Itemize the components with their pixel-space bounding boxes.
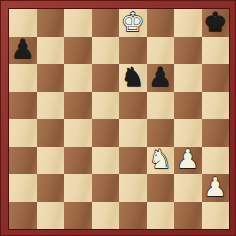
black-pawn: ♟ <box>11 36 34 62</box>
square-a1[interactable] <box>9 202 37 230</box>
square-d7[interactable] <box>92 37 120 65</box>
square-c6[interactable] <box>64 64 92 92</box>
square-b6[interactable] <box>37 64 65 92</box>
square-f5[interactable] <box>147 92 175 120</box>
chess-board-frame: ♚♚♟♞♟♞♟♟ <box>0 0 236 236</box>
white-knight: ♞ <box>149 146 172 172</box>
square-h8[interactable]: ♚ <box>202 9 230 37</box>
square-d2[interactable] <box>92 174 120 202</box>
square-b8[interactable] <box>37 9 65 37</box>
square-d1[interactable] <box>92 202 120 230</box>
square-g6[interactable] <box>174 64 202 92</box>
square-g1[interactable] <box>174 202 202 230</box>
square-a7[interactable]: ♟ <box>9 37 37 65</box>
square-h6[interactable] <box>202 64 230 92</box>
square-e4[interactable] <box>119 119 147 147</box>
square-e3[interactable] <box>119 147 147 175</box>
square-b7[interactable] <box>37 37 65 65</box>
square-g5[interactable] <box>174 92 202 120</box>
square-e7[interactable] <box>119 37 147 65</box>
square-d8[interactable] <box>92 9 120 37</box>
square-a6[interactable] <box>9 64 37 92</box>
square-b2[interactable] <box>37 174 65 202</box>
chess-board: ♚♚♟♞♟♞♟♟ <box>9 9 229 229</box>
square-c2[interactable] <box>64 174 92 202</box>
square-c8[interactable] <box>64 9 92 37</box>
square-a5[interactable] <box>9 92 37 120</box>
square-d6[interactable] <box>92 64 120 92</box>
square-f8[interactable] <box>147 9 175 37</box>
square-h4[interactable] <box>202 119 230 147</box>
square-c5[interactable] <box>64 92 92 120</box>
square-g7[interactable] <box>174 37 202 65</box>
square-g3[interactable]: ♟ <box>174 147 202 175</box>
square-b5[interactable] <box>37 92 65 120</box>
square-f7[interactable] <box>147 37 175 65</box>
square-b1[interactable] <box>37 202 65 230</box>
square-h7[interactable] <box>202 37 230 65</box>
square-e1[interactable] <box>119 202 147 230</box>
white-pawn: ♟ <box>204 174 227 200</box>
square-e8[interactable]: ♚ <box>119 9 147 37</box>
black-knight: ♞ <box>121 64 144 90</box>
square-e2[interactable] <box>119 174 147 202</box>
black-king: ♚ <box>204 9 227 35</box>
square-a8[interactable] <box>9 9 37 37</box>
square-g4[interactable] <box>174 119 202 147</box>
square-d4[interactable] <box>92 119 120 147</box>
square-c4[interactable] <box>64 119 92 147</box>
square-h1[interactable] <box>202 202 230 230</box>
square-a2[interactable] <box>9 174 37 202</box>
square-f3[interactable]: ♞ <box>147 147 175 175</box>
white-pawn: ♟ <box>176 146 199 172</box>
white-king: ♚ <box>121 9 144 35</box>
square-b3[interactable] <box>37 147 65 175</box>
square-c3[interactable] <box>64 147 92 175</box>
square-h5[interactable] <box>202 92 230 120</box>
square-d5[interactable] <box>92 92 120 120</box>
square-h2[interactable]: ♟ <box>202 174 230 202</box>
square-h3[interactable] <box>202 147 230 175</box>
square-d3[interactable] <box>92 147 120 175</box>
square-a4[interactable] <box>9 119 37 147</box>
square-e6[interactable]: ♞ <box>119 64 147 92</box>
square-f4[interactable] <box>147 119 175 147</box>
square-b4[interactable] <box>37 119 65 147</box>
square-f2[interactable] <box>147 174 175 202</box>
square-c1[interactable] <box>64 202 92 230</box>
square-f1[interactable] <box>147 202 175 230</box>
square-c7[interactable] <box>64 37 92 65</box>
black-pawn: ♟ <box>149 64 172 90</box>
square-g2[interactable] <box>174 174 202 202</box>
square-f6[interactable]: ♟ <box>147 64 175 92</box>
square-a3[interactable] <box>9 147 37 175</box>
square-g8[interactable] <box>174 9 202 37</box>
square-e5[interactable] <box>119 92 147 120</box>
